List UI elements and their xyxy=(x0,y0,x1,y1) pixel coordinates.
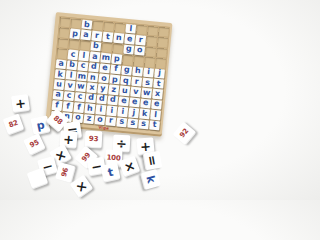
letter-tile[interactable]: i xyxy=(95,104,106,114)
letter-tile[interactable]: o xyxy=(94,115,105,125)
board-cell: m xyxy=(100,53,111,63)
board-cell: e xyxy=(124,34,135,44)
math-symbol-tile[interactable]: = xyxy=(143,151,163,171)
board-cell: x xyxy=(152,89,163,99)
board-cell: v xyxy=(130,87,141,97)
letter-tile[interactable]: c xyxy=(68,50,79,60)
board-cell xyxy=(112,43,123,53)
board-cell: w xyxy=(141,88,152,98)
letter-tile[interactable]: c xyxy=(78,61,89,71)
letter-tile[interactable]: s xyxy=(142,78,153,88)
letter-tile[interactable]: v xyxy=(130,87,141,97)
letter-tile[interactable]: e xyxy=(124,34,135,44)
board-cell: l xyxy=(125,24,136,34)
letter-tile[interactable]: r xyxy=(131,77,142,87)
letter-tile[interactable]: a xyxy=(89,52,100,62)
tile-glyph: 95 xyxy=(29,139,40,149)
board-cell: k xyxy=(139,109,150,119)
board-cell xyxy=(144,57,155,67)
board-cell: t xyxy=(153,79,164,89)
board-cell: w xyxy=(76,82,87,92)
letter-tile[interactable]: l xyxy=(125,24,136,34)
board-cell: o xyxy=(94,115,105,125)
tile-glyph: 82 xyxy=(8,120,19,130)
tile-glyph: 96 xyxy=(61,167,70,178)
board-cell xyxy=(146,36,157,46)
board-cell: r xyxy=(131,77,142,87)
letter-tile[interactable]: f xyxy=(110,64,121,74)
board-cell xyxy=(147,26,158,36)
board-cell: s xyxy=(127,118,138,128)
board-cell: j xyxy=(154,68,165,78)
board-cell xyxy=(60,17,71,27)
board-cell: l xyxy=(79,51,90,61)
tile-glyph: = xyxy=(145,154,160,167)
letter-tile[interactable]: s xyxy=(127,118,138,128)
letter-tile[interactable]: i xyxy=(106,106,117,116)
board-cell xyxy=(58,38,69,48)
board-cell: s xyxy=(116,117,127,127)
letter-tile[interactable]: n xyxy=(113,33,124,43)
board-cell: e xyxy=(151,99,162,109)
letter-tile[interactable]: c xyxy=(75,92,86,102)
board-cell xyxy=(103,22,114,32)
letter-tile[interactable]: g xyxy=(121,65,132,75)
letter-tile[interactable]: e xyxy=(99,63,110,73)
board-cell xyxy=(158,27,169,37)
board-cell: u xyxy=(54,80,65,90)
letter-tile[interactable]: r xyxy=(91,31,102,41)
board-cell: z xyxy=(108,85,119,95)
board-grid: blpartnerbgoclampabcdefghijklmnopqrstuvw… xyxy=(50,16,171,131)
letter-tile[interactable]: t xyxy=(102,32,113,42)
board-cell: t xyxy=(149,120,160,130)
viga-logo: Viga xyxy=(98,125,109,131)
letter-tile[interactable]: o xyxy=(134,46,145,56)
letter-tile[interactable]: d xyxy=(88,62,99,72)
tile-glyph: + xyxy=(14,96,27,110)
board-cell: a xyxy=(56,59,67,69)
board-cell: d xyxy=(85,93,96,103)
letter-tile[interactable]: l xyxy=(150,110,161,120)
board-cell xyxy=(114,23,125,33)
board-cell: d xyxy=(88,62,99,72)
board-cell: l xyxy=(66,70,77,80)
letter-tile[interactable]: s xyxy=(138,119,149,129)
board-cell: g xyxy=(121,65,132,75)
board-cell xyxy=(59,28,70,38)
math-symbol-tile[interactable]: × xyxy=(70,175,94,199)
board-cell: z xyxy=(83,114,94,124)
board-cell: p xyxy=(70,29,81,39)
board-cell xyxy=(157,37,168,47)
number-tile[interactable]: 92 xyxy=(173,122,197,146)
number-tile[interactable]: 93 xyxy=(85,131,103,149)
board-cell: o xyxy=(98,73,109,83)
letter-tile[interactable]: k xyxy=(55,69,66,79)
letter-tile[interactable]: q xyxy=(120,76,131,86)
letter-tile-loose[interactable]: k xyxy=(140,169,161,190)
letter-tile[interactable]: a xyxy=(80,30,91,40)
board-cell: x xyxy=(86,83,97,93)
board-cell: e xyxy=(118,96,129,106)
letter-tile[interactable]: h xyxy=(132,66,143,76)
board-cell: c xyxy=(64,91,75,101)
number-tile[interactable]: 82 xyxy=(3,114,25,136)
letter-tile[interactable]: z xyxy=(108,85,119,95)
letter-tile[interactable]: h xyxy=(84,103,95,113)
letter-tile[interactable]: e xyxy=(151,99,162,109)
tile-glyph: ÷ xyxy=(116,137,128,151)
tile-glyph: × xyxy=(122,159,137,175)
letter-tile[interactable]: l xyxy=(79,51,90,61)
board-cell xyxy=(92,21,103,31)
letter-tile[interactable]: j xyxy=(154,68,165,78)
letter-tile[interactable]: k xyxy=(139,109,150,119)
letter-tile[interactable]: n xyxy=(87,72,98,82)
board-cell: h xyxy=(132,66,143,76)
board-cell: c xyxy=(68,50,79,60)
letter-tile[interactable]: t xyxy=(153,79,164,89)
letter-tile[interactable]: m xyxy=(100,53,111,63)
letter-tile[interactable]: u xyxy=(119,86,130,96)
board-cell xyxy=(136,25,147,35)
board-cell: f xyxy=(63,101,74,111)
board-cell: e xyxy=(140,98,151,108)
board-cell: t xyxy=(102,32,113,42)
letter-tile[interactable]: x xyxy=(152,89,163,99)
board-cell: q xyxy=(120,76,131,86)
board-cell: y xyxy=(97,84,108,94)
board-cell: i xyxy=(117,107,128,117)
board-cell: i xyxy=(106,106,117,116)
letter-tile[interactable]: z xyxy=(83,114,94,124)
letter-tile[interactable]: a xyxy=(53,90,64,100)
letter-tile[interactable]: a xyxy=(56,59,67,69)
board-cell: f xyxy=(74,102,85,112)
letter-tile[interactable]: r xyxy=(135,35,146,45)
letter-tile[interactable]: f xyxy=(74,102,85,112)
board-cell: j xyxy=(128,108,139,118)
letter-tile[interactable]: m xyxy=(77,71,88,81)
board-cell xyxy=(71,19,82,29)
board-cell: m xyxy=(77,71,88,81)
board-cell: g xyxy=(123,44,134,54)
board-cell: l xyxy=(150,110,161,120)
board-cell xyxy=(57,49,68,59)
board-cell: n xyxy=(87,72,98,82)
board-cell: d xyxy=(96,94,107,104)
board-cell: a xyxy=(53,90,64,100)
letter-tile-loose[interactable]: t xyxy=(100,162,120,182)
board-cell: h xyxy=(84,103,95,113)
letter-tile[interactable]: f xyxy=(63,101,74,111)
tile-glyph: 88 xyxy=(52,115,64,126)
letter-tile[interactable]: x xyxy=(86,83,97,93)
letter-tile[interactable]: t xyxy=(149,120,160,130)
tile-glyph: k xyxy=(144,175,157,185)
board-cell: f xyxy=(110,64,121,74)
letter-tile[interactable]: p xyxy=(70,29,81,39)
board-cell: o xyxy=(134,46,145,56)
board-cell: k xyxy=(55,69,66,79)
number-tile[interactable]: 96 xyxy=(55,162,76,183)
board-cell: r xyxy=(91,31,102,41)
letter-tile[interactable]: w xyxy=(141,88,152,98)
board-cell: d xyxy=(107,95,118,105)
board-cell: r xyxy=(135,35,146,45)
tile-glyph: 93 xyxy=(89,136,99,143)
tile-glyph: × xyxy=(73,178,89,195)
board-cell xyxy=(122,55,133,65)
letter-tile[interactable]: y xyxy=(97,84,108,94)
letter-tile[interactable]: b xyxy=(90,41,101,51)
board-cell xyxy=(80,40,91,50)
board-cell: c xyxy=(78,61,89,71)
board-cell xyxy=(101,42,112,52)
tile-glyph: t xyxy=(107,167,114,179)
board-cell: s xyxy=(142,78,153,88)
board-cell: e xyxy=(99,63,110,73)
letter-tile[interactable]: b xyxy=(81,20,92,30)
board-cell: i xyxy=(95,104,106,114)
scene: blpartnerbgoclampabcdefghijklmnopqrstuvw… xyxy=(0,0,200,200)
letter-tile[interactable]: o xyxy=(98,73,109,83)
board-cell: n xyxy=(113,33,124,43)
letter-tile[interactable]: l xyxy=(66,70,77,80)
board-cell: u xyxy=(119,86,130,96)
board-cell: i xyxy=(143,67,154,77)
letter-tile[interactable]: p xyxy=(109,74,120,84)
letter-tile[interactable]: w xyxy=(76,82,87,92)
board-cell: s xyxy=(138,119,149,129)
board-cell: a xyxy=(80,30,91,40)
letter-tile[interactable]: u xyxy=(54,80,65,90)
board-cell xyxy=(133,56,144,66)
number-tile[interactable]: 95 xyxy=(23,133,46,156)
board-cell: a xyxy=(89,52,100,62)
letter-tile[interactable]: i xyxy=(143,67,154,77)
letter-tile[interactable]: j xyxy=(128,108,139,118)
board-cell: p xyxy=(111,54,122,64)
letter-tile[interactable]: d xyxy=(96,94,107,104)
letter-tile[interactable]: b xyxy=(67,60,78,70)
letter-tile[interactable]: e xyxy=(129,97,140,107)
letter-tile[interactable]: s xyxy=(116,117,127,127)
board-cell xyxy=(155,58,166,68)
board-cell: p xyxy=(109,74,120,84)
letter-tile[interactable]: g xyxy=(123,44,134,54)
letter-tile[interactable]: c xyxy=(64,91,75,101)
letter-tile[interactable]: v xyxy=(65,81,76,91)
letter-tile[interactable]: e xyxy=(118,96,129,106)
board-cell: c xyxy=(75,92,86,102)
letter-tile[interactable]: e xyxy=(140,98,151,108)
board-cell xyxy=(156,48,167,58)
board-cell: b xyxy=(90,41,101,51)
board-cell xyxy=(145,47,156,57)
board-cell: b xyxy=(67,60,78,70)
board-cell: b xyxy=(81,20,92,30)
board-cell xyxy=(69,39,80,49)
board-cell: e xyxy=(129,97,140,107)
letter-tile[interactable]: i xyxy=(117,107,128,117)
tile-glyph: p xyxy=(36,119,46,131)
tile-glyph: 92 xyxy=(179,128,190,140)
math-symbol-tile[interactable]: + xyxy=(11,94,30,113)
letter-tile[interactable]: p xyxy=(111,54,122,64)
letter-tile[interactable]: d xyxy=(107,95,118,105)
board-cell: v xyxy=(65,81,76,91)
letter-tile[interactable]: d xyxy=(85,93,96,103)
